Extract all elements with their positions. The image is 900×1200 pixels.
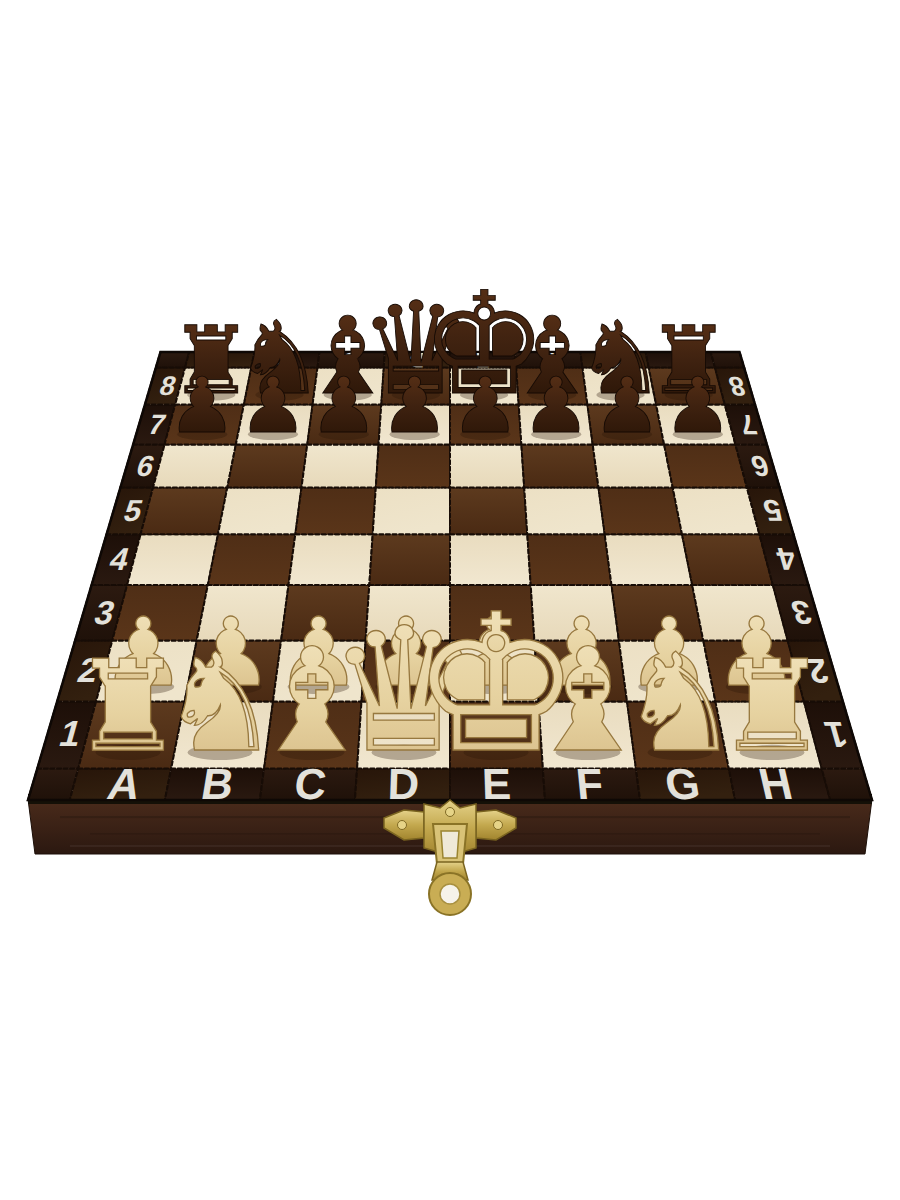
latch-screw xyxy=(494,821,503,830)
latch-screw xyxy=(446,808,455,817)
square-b4[interactable] xyxy=(208,534,295,585)
square-f5[interactable] xyxy=(524,488,605,535)
piece-black-pawn-h7[interactable]: ♟ xyxy=(663,361,732,450)
latch-ring-hole xyxy=(440,884,460,904)
square-d6[interactable] xyxy=(376,444,450,487)
square-b6[interactable] xyxy=(227,444,307,487)
square-d5[interactable] xyxy=(373,488,450,535)
piece-white-rook-h1[interactable]: ♜ xyxy=(716,633,829,780)
square-h4[interactable] xyxy=(682,534,773,585)
piece-black-pawn-b7[interactable]: ♟ xyxy=(239,361,308,450)
chessboard: AABBCCDDEEFFGGHH1122334455667788♜♞♝♛♚♝♞♜… xyxy=(0,0,900,1200)
chess-set-photo: AABBCCDDEEFFGGHH1122334455667788♜♞♝♛♚♝♞♜… xyxy=(0,0,900,1200)
piece-black-pawn-d7[interactable]: ♟ xyxy=(380,361,449,450)
square-e6[interactable] xyxy=(450,444,524,487)
latch-screw xyxy=(398,821,407,830)
latch-hasp-window xyxy=(441,831,459,858)
piece-black-pawn-a7[interactable]: ♟ xyxy=(168,361,237,450)
piece-black-pawn-f7[interactable]: ♟ xyxy=(522,361,591,450)
square-e5[interactable] xyxy=(450,488,527,535)
square-g6[interactable] xyxy=(593,444,673,487)
piece-black-pawn-g7[interactable]: ♟ xyxy=(593,361,662,450)
photo-stage: AABBCCDDEEFFGGHH1122334455667788♜♞♝♛♚♝♞♜… xyxy=(0,0,900,1200)
square-g4[interactable] xyxy=(605,534,693,585)
square-f6[interactable] xyxy=(521,444,598,487)
square-c5[interactable] xyxy=(295,488,376,535)
square-g5[interactable] xyxy=(599,488,683,535)
brass-latch xyxy=(384,800,516,915)
square-a6[interactable] xyxy=(153,444,236,487)
square-c4[interactable] xyxy=(289,534,373,585)
square-a4[interactable] xyxy=(127,534,218,585)
square-a5[interactable] xyxy=(141,488,228,535)
square-c6[interactable] xyxy=(302,444,379,487)
piece-black-pawn-c7[interactable]: ♟ xyxy=(309,361,378,450)
square-h5[interactable] xyxy=(673,488,760,535)
square-h6[interactable] xyxy=(664,444,747,487)
square-b5[interactable] xyxy=(218,488,302,535)
piece-black-pawn-e7[interactable]: ♟ xyxy=(451,361,520,450)
